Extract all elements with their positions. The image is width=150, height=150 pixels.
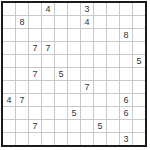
cell-r10c10[interactable]	[120, 120, 132, 132]
clue-cell-r2c7[interactable]: 4	[81, 16, 93, 28]
cell-r1c10[interactable]	[120, 3, 132, 15]
cell-r7c2[interactable]	[16, 81, 28, 93]
cell-r1c11[interactable]	[133, 3, 145, 15]
cell-r4c6[interactable]	[68, 42, 80, 54]
cell-r11c11[interactable]	[133, 133, 145, 145]
cell-r6c8[interactable]	[94, 68, 106, 80]
clue-cell-r6c5[interactable]: 5	[55, 68, 67, 80]
cell-r2c1[interactable]	[3, 16, 15, 28]
cell-r3c7[interactable]	[81, 29, 93, 41]
clue-cell-r2c2[interactable]: 8	[16, 16, 28, 28]
cell-r7c1[interactable]	[3, 81, 15, 93]
cell-r7c9[interactable]	[107, 81, 119, 93]
cell-r8c5[interactable]	[55, 94, 67, 106]
puzzle-area: 4384877575747656753	[1, 1, 147, 147]
cell-r8c3[interactable]	[29, 94, 41, 106]
clue-cell-r7c7[interactable]: 7	[81, 81, 93, 93]
cell-r9c4[interactable]	[42, 107, 54, 119]
cell-r4c9[interactable]	[107, 42, 119, 54]
cell-r5c8[interactable]	[94, 55, 106, 67]
cell-r5c7[interactable]	[81, 55, 93, 67]
clue-cell-r10c3[interactable]: 7	[29, 120, 41, 132]
clue-cell-r9c6[interactable]: 5	[68, 107, 80, 119]
cell-r3c5[interactable]	[55, 29, 67, 41]
cell-r2c4[interactable]	[42, 16, 54, 28]
cell-r9c7[interactable]	[81, 107, 93, 119]
cell-r4c7[interactable]	[81, 42, 93, 54]
cell-r3c4[interactable]	[42, 29, 54, 41]
cell-r10c11[interactable]	[133, 120, 145, 132]
cell-r2c5[interactable]	[55, 16, 67, 28]
cell-r8c7[interactable]	[81, 94, 93, 106]
cell-r7c3[interactable]	[29, 81, 41, 93]
clue-cell-r1c4[interactable]: 4	[42, 3, 54, 15]
cell-r7c4[interactable]	[42, 81, 54, 93]
cell-r10c1[interactable]	[3, 120, 15, 132]
cell-r9c3[interactable]	[29, 107, 41, 119]
cell-r1c6[interactable]	[68, 3, 80, 15]
clue-cell-r5c11[interactable]: 5	[133, 55, 145, 67]
clue-cell-r9c10[interactable]: 6	[120, 107, 132, 119]
cell-r6c11[interactable]	[133, 68, 145, 80]
cell-r6c1[interactable]	[3, 68, 15, 80]
cell-r1c2[interactable]	[16, 3, 28, 15]
cell-r8c6[interactable]	[68, 94, 80, 106]
cell-r3c8[interactable]	[94, 29, 106, 41]
cell-r11c8[interactable]	[94, 133, 106, 145]
cell-r9c11[interactable]	[133, 107, 145, 119]
cell-r6c10[interactable]	[120, 68, 132, 80]
clue-cell-r3c10[interactable]: 8	[120, 29, 132, 41]
clue-cell-r8c2[interactable]: 7	[16, 94, 28, 106]
cell-r1c5[interactable]	[55, 3, 67, 15]
cell-r4c5[interactable]	[55, 42, 67, 54]
cell-r2c3[interactable]	[29, 16, 41, 28]
cell-r2c6[interactable]	[68, 16, 80, 28]
cell-r5c6[interactable]	[68, 55, 80, 67]
cell-r2c11[interactable]	[133, 16, 145, 28]
cell-r11c3[interactable]	[29, 133, 41, 145]
cell-r6c9[interactable]	[107, 68, 119, 80]
clue-cell-r11c10[interactable]: 3	[120, 133, 132, 145]
cell-r3c11[interactable]	[133, 29, 145, 41]
cell-r11c7[interactable]	[81, 133, 93, 145]
cell-r4c2[interactable]	[16, 42, 28, 54]
cell-r7c10[interactable]	[120, 81, 132, 93]
cell-r2c9[interactable]	[107, 16, 119, 28]
cell-r7c5[interactable]	[55, 81, 67, 93]
cell-r4c1[interactable]	[3, 42, 15, 54]
cell-r9c2[interactable]	[16, 107, 28, 119]
cell-r8c9[interactable]	[107, 94, 119, 106]
cell-r10c9[interactable]	[107, 120, 119, 132]
cell-r11c1[interactable]	[3, 133, 15, 145]
cell-r11c5[interactable]	[55, 133, 67, 145]
cell-r6c7[interactable]	[81, 68, 93, 80]
cell-r6c6[interactable]	[68, 68, 80, 80]
cell-r2c10[interactable]	[120, 16, 132, 28]
cell-r7c6[interactable]	[68, 81, 80, 93]
cell-r9c8[interactable]	[94, 107, 106, 119]
cell-r8c8[interactable]	[94, 94, 106, 106]
cell-r10c4[interactable]	[42, 120, 54, 132]
cell-r8c4[interactable]	[42, 94, 54, 106]
clue-cell-r8c1[interactable]: 4	[3, 94, 15, 106]
cell-r10c6[interactable]	[68, 120, 80, 132]
cell-r5c2[interactable]	[16, 55, 28, 67]
cell-r5c3[interactable]	[29, 55, 41, 67]
cell-r5c10[interactable]	[120, 55, 132, 67]
cell-r11c4[interactable]	[42, 133, 54, 145]
cell-r4c8[interactable]	[94, 42, 106, 54]
cell-r1c1[interactable]	[3, 3, 15, 15]
cell-r1c8[interactable]	[94, 3, 106, 15]
cell-r7c11[interactable]	[133, 81, 145, 93]
cell-r5c5[interactable]	[55, 55, 67, 67]
cell-r9c5[interactable]	[55, 107, 67, 119]
cell-r3c6[interactable]	[68, 29, 80, 41]
cell-r4c10[interactable]	[120, 42, 132, 54]
cell-r5c4[interactable]	[42, 55, 54, 67]
clue-cell-r8c10[interactable]: 6	[120, 94, 132, 106]
cell-r1c3[interactable]	[29, 3, 41, 15]
cell-r11c9[interactable]	[107, 133, 119, 145]
cell-r2c8[interactable]	[94, 16, 106, 28]
clue-cell-r4c4[interactable]: 7	[42, 42, 54, 54]
cell-r6c4[interactable]	[42, 68, 54, 80]
cell-r9c1[interactable]	[3, 107, 15, 119]
cell-r6c2[interactable]	[16, 68, 28, 80]
cell-r9c9[interactable]	[107, 107, 119, 119]
cell-r3c2[interactable]	[16, 29, 28, 41]
cell-r7c8[interactable]	[94, 81, 106, 93]
cell-r3c1[interactable]	[3, 29, 15, 41]
clue-cell-r1c7[interactable]: 3	[81, 3, 93, 15]
cell-r10c7[interactable]	[81, 120, 93, 132]
clue-cell-r4c3[interactable]: 7	[29, 42, 41, 54]
cell-r5c9[interactable]	[107, 55, 119, 67]
cell-r3c9[interactable]	[107, 29, 119, 41]
cell-r1c9[interactable]	[107, 3, 119, 15]
cell-r11c6[interactable]	[68, 133, 80, 145]
cell-r10c2[interactable]	[16, 120, 28, 132]
clue-cell-r10c8[interactable]: 5	[94, 120, 106, 132]
cell-r11c2[interactable]	[16, 133, 28, 145]
clue-cell-r6c3[interactable]: 7	[29, 68, 41, 80]
cell-r5c1[interactable]	[3, 55, 15, 67]
cell-r10c5[interactable]	[55, 120, 67, 132]
cell-r3c3[interactable]	[29, 29, 41, 41]
puzzle-board: 4384877575747656753	[1, 1, 147, 147]
cell-r8c11[interactable]	[133, 94, 145, 106]
cell-r4c11[interactable]	[133, 42, 145, 54]
